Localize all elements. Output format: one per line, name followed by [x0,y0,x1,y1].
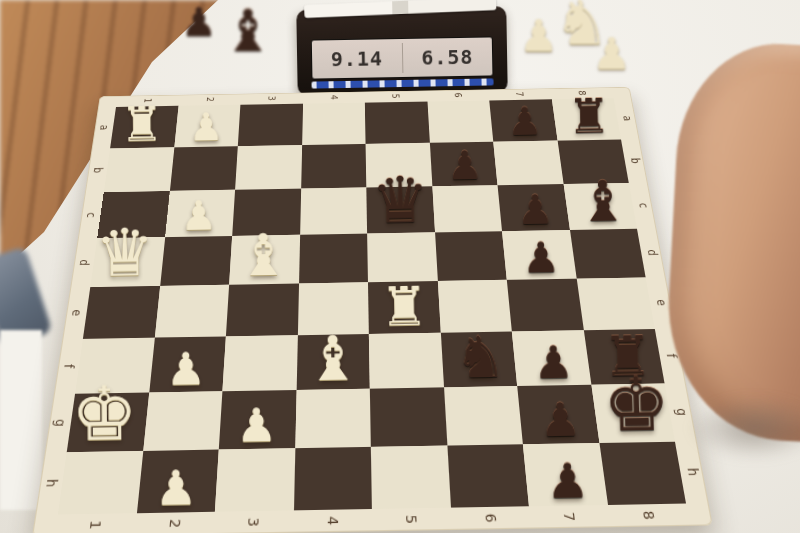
arm-shadow [688,396,800,460]
clock-rocker-lever[interactable] [304,0,496,18]
square-d7[interactable]: ♟ [502,230,576,280]
square-a8[interactable]: ♜ [551,98,621,140]
square-b7[interactable] [493,141,563,186]
captured-white-pawn: ♟ [519,14,558,58]
piece-white-bishop-d3[interactable]: ♝ [228,226,298,285]
square-a7[interactable]: ♟ [489,99,557,141]
square-b4[interactable] [301,144,367,189]
piece-black-pawn-d7[interactable]: ♟ [506,237,576,280]
square-d3[interactable]: ♝ [229,235,300,285]
clock-time-left: 9.14 [312,46,402,72]
square-a6[interactable] [427,100,493,142]
square-f3[interactable] [222,335,297,391]
square-c4[interactable] [300,188,367,235]
square-c7[interactable]: ♟ [498,184,570,231]
square-f5[interactable] [369,333,444,389]
square-e3[interactable] [226,283,299,336]
square-h4[interactable] [293,447,372,510]
square-g2[interactable] [143,391,223,451]
square-g7[interactable]: ♟ [517,385,599,444]
square-h7[interactable]: ♟ [523,443,608,506]
square-h2[interactable]: ♟ [136,450,218,514]
square-g5[interactable] [370,387,447,447]
square-g4[interactable] [295,389,371,449]
piece-black-pawn-g7[interactable]: ♟ [522,397,599,444]
square-g6[interactable] [444,386,523,446]
square-h3[interactable] [215,448,295,512]
piece-white-king-g1[interactable]: ♚ [66,376,143,452]
square-h8[interactable] [599,442,686,505]
chess-clock: 9.14 6.58 [296,6,507,96]
square-a2[interactable]: ♟ [174,105,240,147]
piece-black-pawn-b6[interactable]: ♟ [431,146,497,187]
square-a4[interactable] [302,103,366,145]
piece-white-pawn-c2[interactable]: ♟ [164,195,232,237]
square-a5[interactable] [365,102,430,144]
square-a3[interactable] [238,104,303,146]
piece-white-pawn-a2[interactable]: ♟ [174,108,238,147]
square-c6[interactable] [432,185,502,232]
captured-black-bishop: ♝ [222,2,274,60]
square-c8[interactable]: ♝ [563,183,637,230]
clock-time-right: 6.58 [402,44,492,70]
square-a1[interactable]: ♜ [110,106,178,149]
piece-white-queen-d1[interactable]: ♛ [90,220,160,287]
square-f7[interactable]: ♟ [512,330,591,386]
square-b1[interactable] [104,147,174,192]
captured-white-pawn: ♟ [592,32,631,76]
square-e1[interactable] [83,286,160,339]
square-e5[interactable]: ♜ [368,281,440,334]
square-g8[interactable]: ♚ [591,384,675,443]
square-f4[interactable]: ♝ [296,334,370,390]
board-frame: 12345678 12345678 abcdefgh abcdefgh ♜♟♟♜… [32,87,713,533]
piece-white-pawn-g3[interactable]: ♟ [218,402,295,449]
square-f2[interactable]: ♟ [149,336,226,392]
square-e2[interactable] [154,285,229,338]
square-d1[interactable]: ♛ [90,237,164,287]
piece-white-rook-a1[interactable]: ♜ [110,100,174,149]
piece-black-bishop-c8[interactable]: ♝ [568,173,637,230]
piece-black-queen-c5[interactable]: ♛ [366,169,435,234]
square-e7[interactable] [507,279,584,332]
clock-display: 9.14 6.58 [311,36,494,79]
square-d2[interactable] [160,236,232,286]
square-d8[interactable] [570,229,646,279]
table-surface-edge [0,330,42,510]
piece-black-rook-a8[interactable]: ♜ [556,92,621,141]
square-c2[interactable]: ♟ [165,190,235,237]
square-h5[interactable] [371,446,451,509]
piece-white-pawn-f2[interactable]: ♟ [148,347,222,393]
photo-scene: 9.14 6.58 ♟♝ ♟♞♟ 12345678 12345678 abcde… [0,0,800,533]
board-grid: ♜♟♟♜♟♟♛♟♝♛♝♟♜♟♝♞♟♜♚♟♟♚♟♟ [58,98,686,514]
square-g3[interactable]: ♟ [219,390,296,450]
chess-board: 12345678 12345678 abcdefgh abcdefgh ♜♟♟♜… [32,87,713,533]
square-h1[interactable] [58,451,143,515]
piece-white-rook-e5[interactable]: ♜ [368,279,440,334]
piece-black-king-g8[interactable]: ♚ [597,367,675,443]
square-b6[interactable]: ♟ [429,142,497,187]
piece-white-pawn-h2[interactable]: ♟ [136,464,215,513]
square-d6[interactable] [435,231,507,281]
captured-white-knight: ♞ [554,0,610,54]
square-c5[interactable]: ♛ [366,186,434,233]
square-f6[interactable]: ♞ [440,331,517,387]
square-e8[interactable] [576,277,655,330]
square-d4[interactable] [299,234,368,284]
piece-black-knight-f6[interactable]: ♞ [442,329,517,388]
square-b2[interactable] [169,146,237,191]
piece-black-pawn-h7[interactable]: ♟ [528,457,608,506]
piece-white-bishop-f4[interactable]: ♝ [295,327,370,390]
piece-black-pawn-a7[interactable]: ♟ [492,102,557,141]
piece-black-pawn-f7[interactable]: ♟ [516,340,591,386]
clock-brand-stripe [312,78,494,88]
square-g1[interactable]: ♚ [67,393,149,453]
square-b3[interactable] [235,145,302,190]
piece-black-pawn-c7[interactable]: ♟ [501,189,569,231]
square-h6[interactable] [447,444,529,507]
